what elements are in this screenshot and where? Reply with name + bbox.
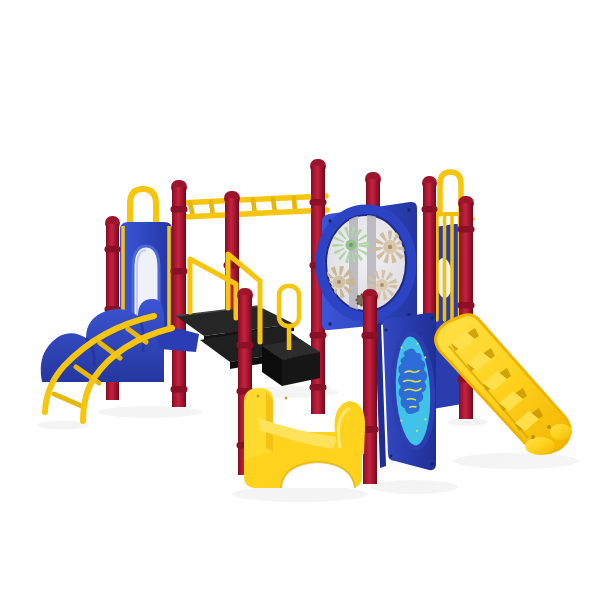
post-collar	[422, 206, 438, 213]
post-collar	[105, 246, 121, 253]
post-right-mid	[422, 176, 438, 331]
post-collar	[458, 226, 475, 233]
post-collar	[171, 206, 188, 213]
bench-screw	[257, 395, 260, 398]
post-map-front	[362, 289, 379, 484]
climber-foot	[525, 437, 555, 455]
post-collar	[237, 342, 254, 349]
bench-screw	[285, 397, 288, 400]
post-collar	[310, 384, 327, 391]
playground-photo	[0, 0, 600, 600]
playground-structure	[0, 0, 600, 600]
post-collar	[310, 199, 327, 206]
post-collar	[310, 332, 327, 339]
climber-hole	[531, 435, 535, 439]
post-collar	[171, 386, 188, 393]
climber-foot	[550, 424, 572, 440]
climber-hole	[547, 425, 551, 429]
post-collar	[458, 302, 475, 309]
post-collar	[362, 332, 379, 339]
post-collar	[171, 268, 188, 275]
post-left-inner	[171, 180, 188, 407]
